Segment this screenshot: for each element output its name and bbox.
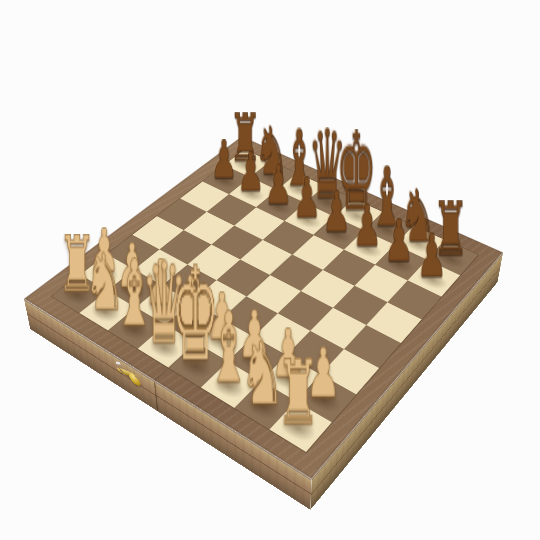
clasp-pin-icon	[113, 361, 121, 365]
clasp-plate-icon	[128, 370, 141, 389]
folding-chess-box: ♜♞♝♛♚♝♞♜♟♟♟♟♟♟♟♟♟♟♟♟♟♟♟♟♜♞♝♛♚♝♞♜	[24, 136, 503, 479]
board-top-surface: ♜♞♝♛♚♝♞♜♟♟♟♟♟♟♟♟♟♟♟♟♟♟♟♟♜♞♝♛♚♝♞♜	[24, 136, 503, 479]
board-grid: ♜♞♝♛♚♝♞♜♟♟♟♟♟♟♟♟♟♟♟♟♟♟♟♟♜♞♝♛♚♝♞♜	[52, 150, 478, 452]
chess-set-photo: ♜♞♝♛♚♝♞♜♟♟♟♟♟♟♟♟♟♟♟♟♟♟♟♟♜♞♝♛♚♝♞♜	[0, 0, 540, 540]
square-h1: ♜	[269, 401, 331, 452]
black-pawn-h7: ♟	[382, 232, 483, 280]
square-h7: ♟	[408, 260, 460, 297]
clasp-hook-icon	[117, 367, 133, 377]
white-rook-h1: ♜	[239, 358, 357, 429]
